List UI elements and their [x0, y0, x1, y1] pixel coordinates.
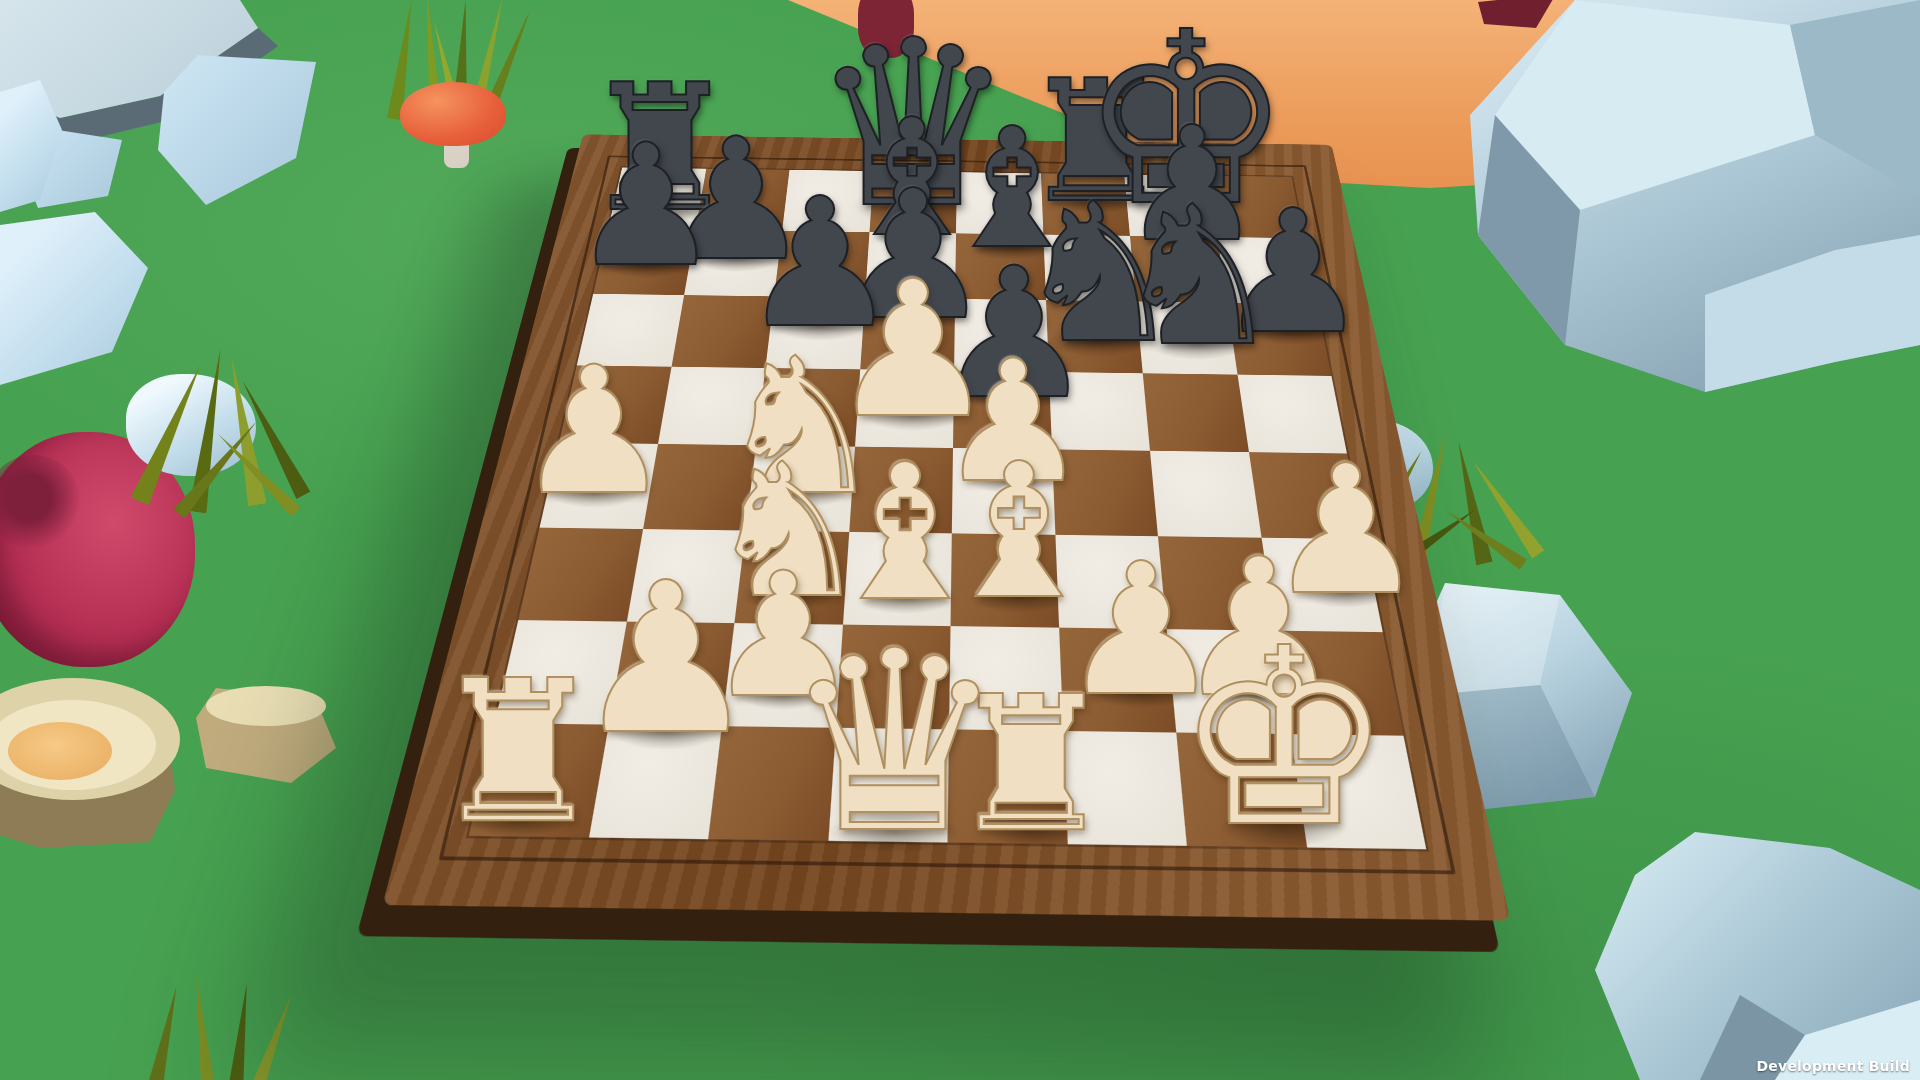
pieces-layer: ♜♛♜♚♟♟♝♝♟♟♟♞♞♟♟♟♟♞♟♞♝♝♟♟♟♟♟♜♛♜♚: [0, 0, 1920, 1080]
development-build-label: Development Build: [1757, 1058, 1910, 1074]
game-viewport: ♜♛♜♚♟♟♝♝♟♟♟♞♞♟♟♟♟♞♟♞♝♝♟♟♟♟♟♜♛♜♚ Developm…: [0, 0, 1920, 1080]
